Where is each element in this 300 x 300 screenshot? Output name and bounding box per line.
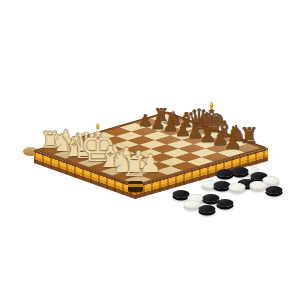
king-finial-icon [96,123,99,129]
checker-disc-black-2 [232,167,249,175]
king-finial-icon [210,102,213,108]
checker-disc-white-10 [250,181,267,189]
checker-disc-black-15 [217,199,234,207]
checker-disc-black-1 [217,169,234,177]
chess-set-photo: ♜♞♝♛♚♝♞♜♟♟♟♟♟♟♟♟♟♟♟♟♟♟♟♟♜♞♝♛♚♝♞♜ [0,0,300,300]
checker-disc-black-17 [266,186,283,194]
checker-disc-white-8 [229,183,246,191]
brass-clasp-icon [128,181,143,192]
checker-disc-black-16 [199,205,216,213]
